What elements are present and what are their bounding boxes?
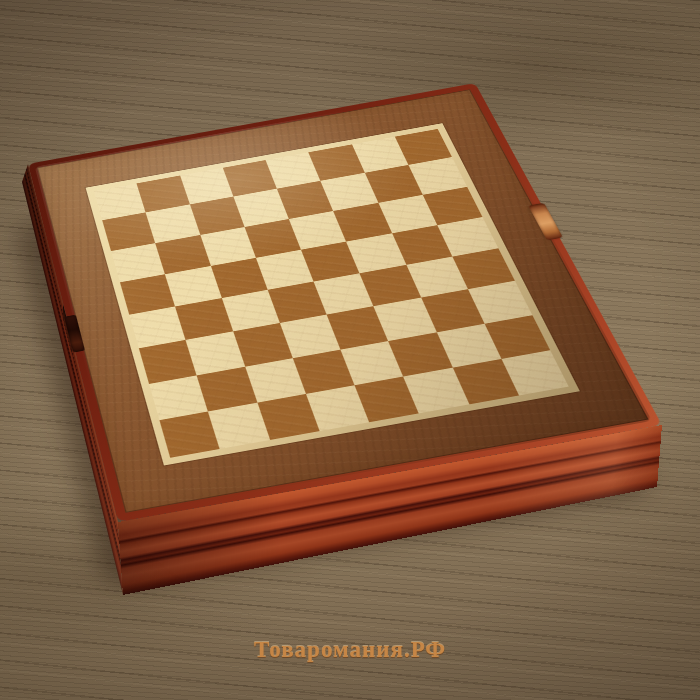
watermark: Товаромания.РФ [254, 637, 446, 663]
scene: Товаромания.РФ [0, 0, 700, 700]
